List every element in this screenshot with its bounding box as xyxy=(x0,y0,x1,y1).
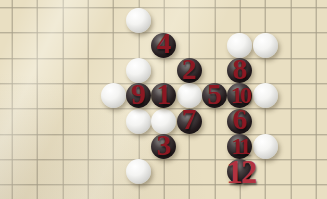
black-stone-move-12: 12 xyxy=(227,159,252,184)
move-number: 11 xyxy=(231,134,248,158)
white-stone xyxy=(227,33,252,58)
move-number: 7 xyxy=(182,106,197,135)
move-number: 1 xyxy=(156,80,171,109)
white-stone xyxy=(101,83,126,108)
move-number: 3 xyxy=(156,131,171,160)
black-stone-move-6: 6 xyxy=(227,109,252,134)
move-number: 6 xyxy=(232,106,247,135)
white-stone xyxy=(126,159,151,184)
black-stone-move-5: 5 xyxy=(202,83,227,108)
move-number: 2 xyxy=(182,55,197,84)
black-stone-move-3: 3 xyxy=(151,134,176,159)
black-stone-move-2: 2 xyxy=(177,58,202,83)
black-stone-move-11: 11 xyxy=(227,134,252,159)
move-number: 5 xyxy=(207,80,222,109)
white-stone xyxy=(253,134,278,159)
move-number: 9 xyxy=(131,80,146,109)
white-stone xyxy=(126,58,151,83)
white-stone xyxy=(126,8,151,33)
white-stone xyxy=(126,109,151,134)
black-stone-move-10: 10 xyxy=(227,83,252,108)
gomoku-board[interactable]: 123456789101112 xyxy=(0,0,327,199)
black-stone-move-7: 7 xyxy=(177,109,202,134)
move-number: 12 xyxy=(226,155,255,188)
move-number: 8 xyxy=(232,55,247,84)
white-stone xyxy=(151,109,176,134)
black-stone-move-9: 9 xyxy=(126,83,151,108)
move-number: 4 xyxy=(156,30,171,59)
black-stone-move-4: 4 xyxy=(151,33,176,58)
white-stone xyxy=(253,33,278,58)
black-stone-move-8: 8 xyxy=(227,58,252,83)
black-stone-move-1: 1 xyxy=(151,83,176,108)
move-number: 10 xyxy=(231,83,249,107)
white-stone xyxy=(253,83,278,108)
white-stone xyxy=(177,83,202,108)
